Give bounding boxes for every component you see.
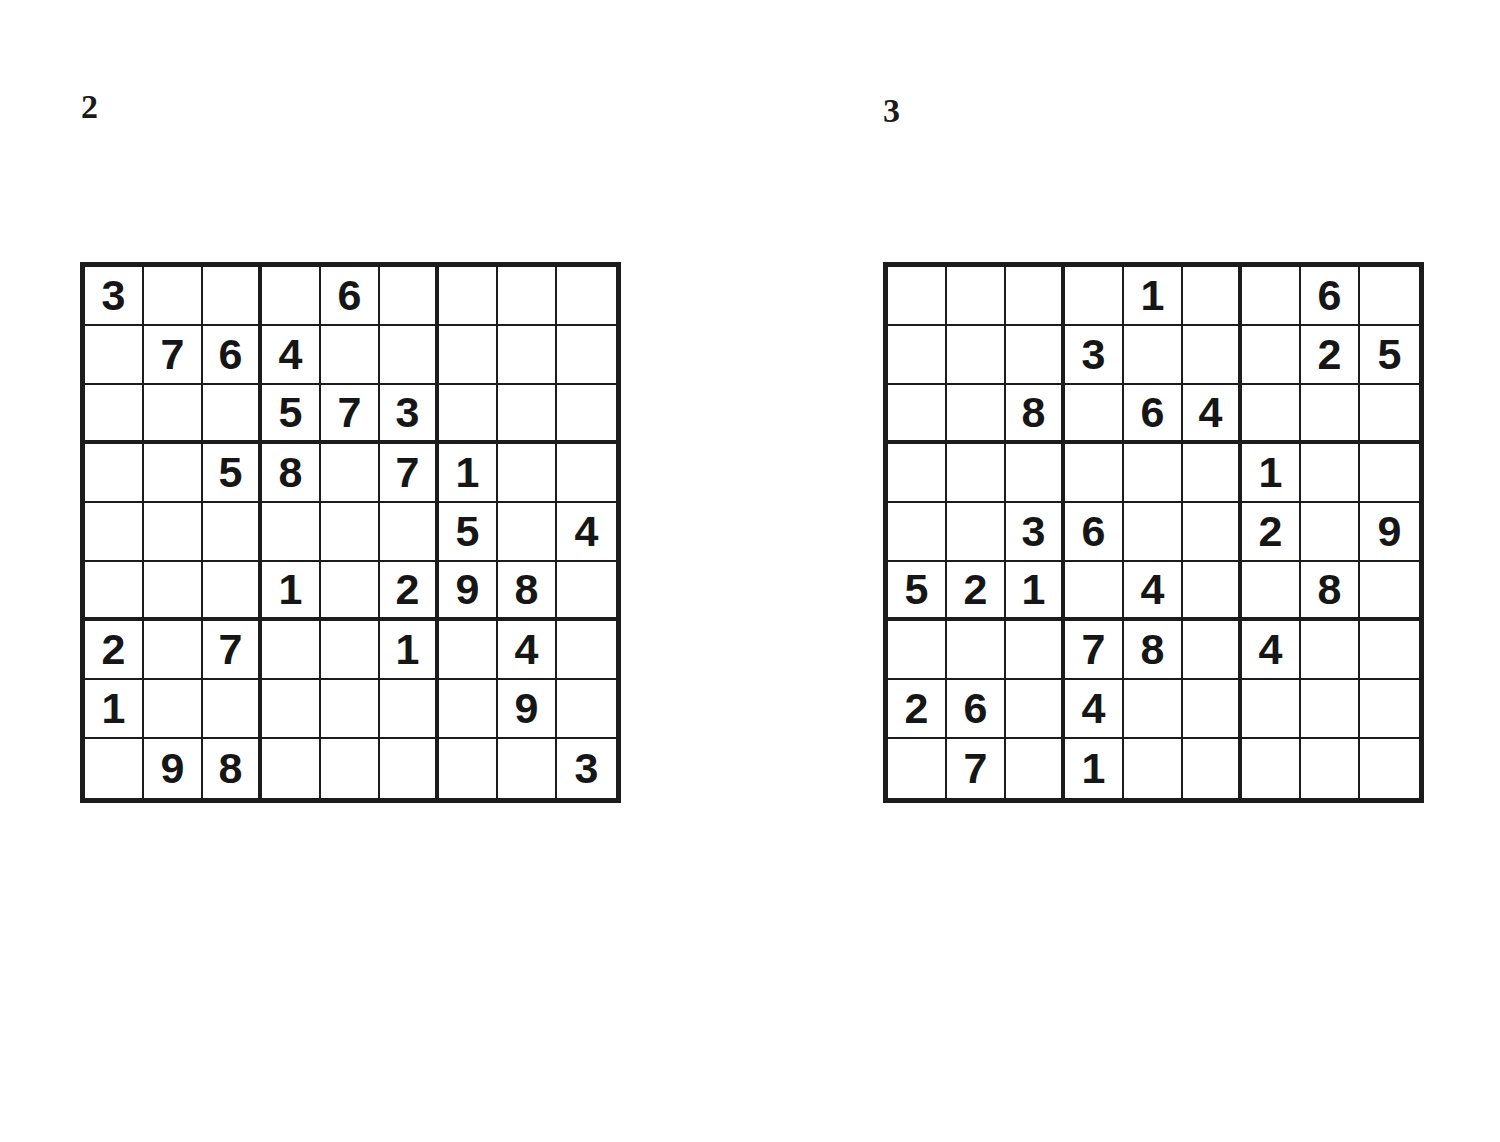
sudoku-cell-r2c9[interactable] (557, 326, 616, 385)
sudoku-cell-r9c3[interactable]: 8 (203, 739, 262, 798)
sudoku-cell-r9c9[interactable]: 3 (557, 739, 616, 798)
sudoku-cell-r2c1[interactable] (85, 326, 144, 385)
sudoku-cell-r3c2[interactable] (947, 385, 1006, 444)
sudoku-cell-r5c9[interactable]: 4 (557, 503, 616, 562)
sudoku-cell-r1c2[interactable] (947, 267, 1006, 326)
sudoku-cell-r3c4[interactable]: 5 (262, 385, 321, 444)
sudoku-cell-r4c4[interactable] (1065, 444, 1124, 503)
sudoku-cell-r4c5[interactable] (321, 444, 380, 503)
sudoku-board-2: 367645735871541298271419983 (80, 262, 621, 803)
sudoku-board-3: 16325864136295214878426471 (883, 262, 1424, 803)
sudoku-cell-r6c2[interactable] (144, 562, 203, 621)
sudoku-cell-r8c9[interactable] (557, 680, 616, 739)
sudoku-cell-r1c5[interactable]: 1 (1124, 267, 1183, 326)
sudoku-cell-r8c2[interactable]: 6 (947, 680, 1006, 739)
sudoku-cell-r4c7[interactable]: 1 (1242, 444, 1301, 503)
puzzle-number-right: 3 (883, 94, 900, 128)
sudoku-cell-r2c8[interactable]: 2 (1301, 326, 1360, 385)
sudoku-cell-r1c5[interactable]: 6 (321, 267, 380, 326)
sudoku-cell-r7c9[interactable] (1360, 621, 1419, 680)
sudoku-cell-r1c1[interactable]: 3 (85, 267, 144, 326)
sudoku-cell-r8c2[interactable] (144, 680, 203, 739)
sudoku-cell-r5c1[interactable] (85, 503, 144, 562)
sudoku-cell-r9c7[interactable] (439, 739, 498, 798)
sudoku-cell-r9c4[interactable]: 1 (1065, 739, 1124, 798)
sudoku-cell-r7c3[interactable] (1006, 621, 1065, 680)
sudoku-cell-r2c1[interactable] (888, 326, 947, 385)
sudoku-cell-r6c5[interactable]: 4 (1124, 562, 1183, 621)
sudoku-cell-r4c3[interactable] (1006, 444, 1065, 503)
sudoku-cell-r9c2[interactable]: 7 (947, 739, 1006, 798)
sudoku-cell-r1c1[interactable] (888, 267, 947, 326)
sudoku-cell-r9c8[interactable] (1301, 739, 1360, 798)
sudoku-cell-r1c9[interactable] (557, 267, 616, 326)
sudoku-cell-r6c8[interactable]: 8 (1301, 562, 1360, 621)
sudoku-cell-r1c8[interactable] (498, 267, 557, 326)
puzzle-number-left: 2 (81, 90, 98, 124)
sudoku-cell-r4c9[interactable] (1360, 444, 1419, 503)
sudoku-cell-r4c6[interactable] (1183, 444, 1242, 503)
sudoku-cell-r5c3[interactable]: 3 (1006, 503, 1065, 562)
sudoku-cell-r2c9[interactable]: 5 (1360, 326, 1419, 385)
sudoku-cell-r2c3[interactable]: 6 (203, 326, 262, 385)
sudoku-cell-r3c7[interactable] (439, 385, 498, 444)
sudoku-cell-r5c1[interactable] (888, 503, 947, 562)
sudoku-cell-r7c4[interactable] (262, 621, 321, 680)
sudoku-cell-r3c1[interactable] (85, 385, 144, 444)
sudoku-cell-r8c8[interactable]: 9 (498, 680, 557, 739)
sudoku-cell-r6c8[interactable]: 8 (498, 562, 557, 621)
sudoku-cell-r7c2[interactable] (947, 621, 1006, 680)
sudoku-cell-r7c1[interactable] (888, 621, 947, 680)
sudoku-cell-r4c9[interactable] (557, 444, 616, 503)
sudoku-cell-r7c2[interactable] (144, 621, 203, 680)
sudoku-cell-r8c5[interactable] (1124, 680, 1183, 739)
sudoku-cell-r9c1[interactable] (888, 739, 947, 798)
sudoku-cell-r2c7[interactable] (439, 326, 498, 385)
sudoku-cell-r2c3[interactable] (1006, 326, 1065, 385)
sudoku-cell-r3c5[interactable]: 6 (1124, 385, 1183, 444)
sudoku-cell-r4c2[interactable] (144, 444, 203, 503)
sudoku-cell-r4c4[interactable]: 8 (262, 444, 321, 503)
sudoku-cell-r7c9[interactable] (557, 621, 616, 680)
sudoku-cell-r7c1[interactable]: 2 (85, 621, 144, 680)
sudoku-cell-r4c8[interactable] (498, 444, 557, 503)
sudoku-cell-r5c8[interactable] (1301, 503, 1360, 562)
sudoku-cell-r6c3[interactable] (203, 562, 262, 621)
sudoku-cell-r2c5[interactable] (321, 326, 380, 385)
sudoku-cell-r5c6[interactable] (380, 503, 439, 562)
sudoku-cell-r4c1[interactable] (85, 444, 144, 503)
sudoku-cell-r3c9[interactable] (557, 385, 616, 444)
sudoku-cell-r8c1[interactable]: 2 (888, 680, 947, 739)
sudoku-cell-r9c6[interactable] (380, 739, 439, 798)
sudoku-cell-r8c9[interactable] (1360, 680, 1419, 739)
sudoku-cell-r3c1[interactable] (888, 385, 947, 444)
sudoku-cell-r6c9[interactable] (1360, 562, 1419, 621)
sudoku-cell-r1c4[interactable] (1065, 267, 1124, 326)
sudoku-cell-r3c8[interactable] (1301, 385, 1360, 444)
sudoku-cell-r2c6[interactable] (380, 326, 439, 385)
sudoku-cell-r7c5[interactable] (321, 621, 380, 680)
sudoku-cell-r1c6[interactable] (1183, 267, 1242, 326)
sudoku-cell-r9c5[interactable] (1124, 739, 1183, 798)
sudoku-cell-r5c8[interactable] (498, 503, 557, 562)
sudoku-cell-r9c7[interactable] (1242, 739, 1301, 798)
sudoku-cell-r3c2[interactable] (144, 385, 203, 444)
sudoku-cell-r6c9[interactable] (557, 562, 616, 621)
sudoku-cell-r6c4[interactable] (1065, 562, 1124, 621)
sudoku-cell-r7c8[interactable] (1301, 621, 1360, 680)
sudoku-cell-r7c4[interactable]: 7 (1065, 621, 1124, 680)
sudoku-cell-r3c6[interactable]: 4 (1183, 385, 1242, 444)
sudoku-cell-r3c5[interactable]: 7 (321, 385, 380, 444)
sudoku-cell-r7c6[interactable] (1183, 621, 1242, 680)
sudoku-cell-r2c4[interactable]: 3 (1065, 326, 1124, 385)
sudoku-cell-r8c3[interactable] (1006, 680, 1065, 739)
sudoku-cell-r9c5[interactable] (321, 739, 380, 798)
sudoku-cell-r7c3[interactable]: 7 (203, 621, 262, 680)
sudoku-cell-r3c3[interactable]: 8 (1006, 385, 1065, 444)
sudoku-cell-r8c5[interactable] (321, 680, 380, 739)
sudoku-cell-r5c6[interactable] (1183, 503, 1242, 562)
sudoku-cell-r6c7[interactable] (1242, 562, 1301, 621)
sudoku-cell-r8c6[interactable] (1183, 680, 1242, 739)
sudoku-cell-r1c7[interactable] (439, 267, 498, 326)
sudoku-cell-r2c8[interactable] (498, 326, 557, 385)
sudoku-cell-r8c6[interactable] (380, 680, 439, 739)
sudoku-cell-r4c6[interactable]: 7 (380, 444, 439, 503)
sudoku-cell-r9c1[interactable] (85, 739, 144, 798)
sudoku-cell-r7c7[interactable]: 4 (1242, 621, 1301, 680)
sudoku-cell-r2c7[interactable] (1242, 326, 1301, 385)
sudoku-cell-r4c7[interactable]: 1 (439, 444, 498, 503)
sudoku-cell-r7c5[interactable]: 8 (1124, 621, 1183, 680)
sudoku-cell-r5c5[interactable] (1124, 503, 1183, 562)
sudoku-cell-r5c9[interactable]: 9 (1360, 503, 1419, 562)
sudoku-cell-r6c5[interactable] (321, 562, 380, 621)
sudoku-cell-r9c3[interactable] (1006, 739, 1065, 798)
sudoku-cell-r1c4[interactable] (262, 267, 321, 326)
sudoku-cell-r5c7[interactable]: 2 (1242, 503, 1301, 562)
sudoku-cell-r9c4[interactable] (262, 739, 321, 798)
sudoku-cell-r6c2[interactable]: 2 (947, 562, 1006, 621)
sudoku-cell-r4c1[interactable] (888, 444, 947, 503)
sudoku-cell-r5c2[interactable] (947, 503, 1006, 562)
sudoku-cell-r3c6[interactable]: 3 (380, 385, 439, 444)
sudoku-cell-r5c4[interactable] (262, 503, 321, 562)
sudoku-cell-r7c7[interactable] (439, 621, 498, 680)
sudoku-cell-r8c4[interactable] (262, 680, 321, 739)
sudoku-cell-r3c9[interactable] (1360, 385, 1419, 444)
sudoku-cell-r4c5[interactable] (1124, 444, 1183, 503)
sudoku-cell-r2c2[interactable]: 7 (144, 326, 203, 385)
sudoku-cell-r9c8[interactable] (498, 739, 557, 798)
sudoku-cell-r6c3[interactable]: 1 (1006, 562, 1065, 621)
sudoku-cell-r6c6[interactable]: 2 (380, 562, 439, 621)
sudoku-cell-r6c4[interactable]: 1 (262, 562, 321, 621)
sudoku-cell-r8c4[interactable]: 4 (1065, 680, 1124, 739)
sudoku-cell-r8c7[interactable] (439, 680, 498, 739)
sudoku-cell-r4c8[interactable] (1301, 444, 1360, 503)
sudoku-cell-r5c4[interactable]: 6 (1065, 503, 1124, 562)
sudoku-cell-r1c3[interactable] (203, 267, 262, 326)
sudoku-cell-r8c7[interactable] (1242, 680, 1301, 739)
sudoku-cell-r8c3[interactable] (203, 680, 262, 739)
sudoku-cell-r2c6[interactable] (1183, 326, 1242, 385)
sudoku-cell-r5c2[interactable] (144, 503, 203, 562)
sudoku-cell-r7c8[interactable]: 4 (498, 621, 557, 680)
sudoku-cell-r3c8[interactable] (498, 385, 557, 444)
sudoku-cell-r3c7[interactable] (1242, 385, 1301, 444)
sudoku-cell-r1c6[interactable] (380, 267, 439, 326)
sudoku-cell-r3c3[interactable] (203, 385, 262, 444)
sudoku-cell-r6c1[interactable] (85, 562, 144, 621)
sudoku-cell-r4c3[interactable]: 5 (203, 444, 262, 503)
sudoku-cell-r3c4[interactable] (1065, 385, 1124, 444)
sudoku-cell-r5c3[interactable] (203, 503, 262, 562)
sudoku-cell-r4c2[interactable] (947, 444, 1006, 503)
sudoku-cell-r1c3[interactable] (1006, 267, 1065, 326)
sudoku-cell-r9c2[interactable]: 9 (144, 739, 203, 798)
sudoku-cell-r2c5[interactable] (1124, 326, 1183, 385)
sudoku-cell-r1c9[interactable] (1360, 267, 1419, 326)
sudoku-cell-r5c5[interactable] (321, 503, 380, 562)
sudoku-cell-r9c6[interactable] (1183, 739, 1242, 798)
sudoku-cell-r8c8[interactable] (1301, 680, 1360, 739)
sudoku-cell-r7c6[interactable]: 1 (380, 621, 439, 680)
sudoku-cell-r6c1[interactable]: 5 (888, 562, 947, 621)
sudoku-cell-r1c8[interactable]: 6 (1301, 267, 1360, 326)
sudoku-cell-r5c7[interactable]: 5 (439, 503, 498, 562)
sudoku-cell-r1c2[interactable] (144, 267, 203, 326)
sudoku-cell-r2c2[interactable] (947, 326, 1006, 385)
sudoku-cell-r9c9[interactable] (1360, 739, 1419, 798)
puzzle-book-page: 2 3 367645735871541298271419983 16325864… (0, 0, 1500, 1142)
sudoku-cell-r8c1[interactable]: 1 (85, 680, 144, 739)
sudoku-cell-r6c6[interactable] (1183, 562, 1242, 621)
sudoku-cell-r6c7[interactable]: 9 (439, 562, 498, 621)
sudoku-cell-r1c7[interactable] (1242, 267, 1301, 326)
sudoku-cell-r2c4[interactable]: 4 (262, 326, 321, 385)
